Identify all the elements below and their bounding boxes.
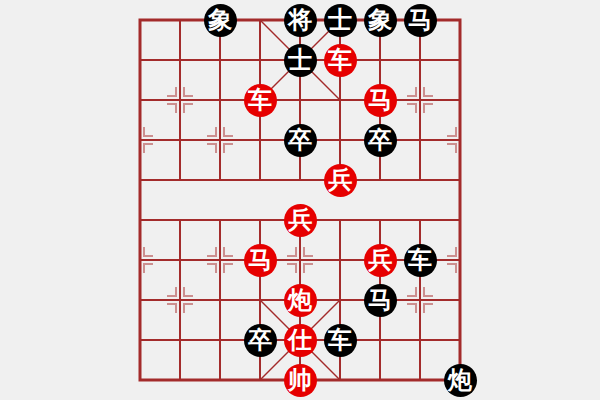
piece-layer: 象将士象马士车车马卒卒兵兵马兵车炮马卒仕车帅炮 — [120, 0, 480, 400]
piece-black-soldier[interactable]: 卒 — [364, 124, 397, 157]
piece-black-elephant[interactable]: 象 — [364, 4, 397, 37]
piece-black-cannon[interactable]: 炮 — [444, 364, 477, 397]
piece-black-advisor[interactable]: 士 — [324, 4, 357, 37]
piece-black-advisor[interactable]: 士 — [284, 44, 317, 77]
piece-red-advisor[interactable]: 仕 — [284, 324, 317, 357]
piece-red-horse[interactable]: 马 — [244, 244, 277, 277]
piece-red-soldier[interactable]: 兵 — [284, 204, 317, 237]
piece-black-chariot[interactable]: 车 — [404, 244, 437, 277]
piece-red-soldier[interactable]: 兵 — [324, 164, 357, 197]
piece-red-soldier[interactable]: 兵 — [364, 244, 397, 277]
piece-black-soldier[interactable]: 卒 — [244, 324, 277, 357]
screenshot-canvas: 象将士象马士车车马卒卒兵兵马兵车炮马卒仕车帅炮 — [0, 0, 600, 400]
piece-red-chariot[interactable]: 车 — [244, 84, 277, 117]
piece-red-chariot[interactable]: 车 — [324, 44, 357, 77]
piece-black-horse[interactable]: 马 — [404, 4, 437, 37]
piece-black-horse[interactable]: 马 — [364, 284, 397, 317]
piece-red-horse[interactable]: 马 — [364, 84, 397, 117]
piece-red-general[interactable]: 帅 — [284, 364, 317, 397]
piece-black-chariot[interactable]: 车 — [324, 324, 357, 357]
piece-black-elephant[interactable]: 象 — [204, 4, 237, 37]
piece-red-cannon[interactable]: 炮 — [284, 284, 317, 317]
piece-black-general[interactable]: 将 — [284, 4, 317, 37]
xiangqi-board[interactable]: 象将士象马士车车马卒卒兵兵马兵车炮马卒仕车帅炮 — [140, 20, 460, 380]
piece-black-soldier[interactable]: 卒 — [284, 124, 317, 157]
